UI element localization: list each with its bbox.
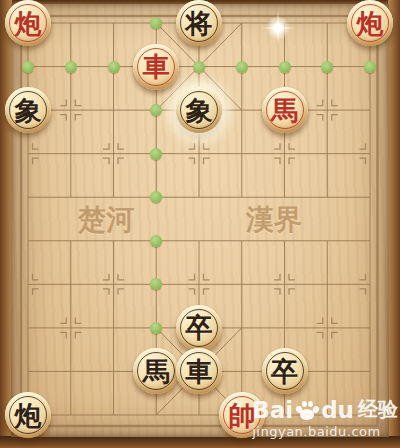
piece-black-soldier[interactable]: 卒 (262, 348, 308, 394)
piece-red-cannon[interactable]: 炮 (347, 0, 393, 46)
piece-character: 卒 (271, 358, 298, 385)
watermark-text-jingyan: 经验 (358, 396, 398, 423)
baidu-jingyan-watermark: Bai du 经验 jingyan.baidu.com (252, 396, 398, 439)
move-hint-dot[interactable] (193, 61, 205, 73)
piece-red-chariot[interactable]: 車 (133, 44, 179, 90)
river-label-han-jie: 漢界 (246, 203, 302, 237)
move-hint-dot[interactable] (321, 61, 333, 73)
move-hint-dot[interactable] (22, 61, 34, 73)
move-hint-dot[interactable] (279, 61, 291, 73)
piece-black-elephant[interactable]: 象 (5, 87, 51, 133)
piece-character: 卒 (186, 314, 213, 341)
move-hint-dot[interactable] (236, 61, 248, 73)
piece-character: 炮 (357, 10, 384, 37)
piece-character: 馬 (271, 97, 298, 124)
watermark-text-bai: Bai (252, 397, 293, 423)
watermark-logo-row: Bai du 经验 (252, 396, 398, 423)
move-hint-dot[interactable] (150, 148, 162, 160)
piece-red-cannon[interactable]: 炮 (5, 0, 51, 46)
piece-red-horse[interactable]: 馬 (262, 87, 308, 133)
piece-character: 炮 (15, 10, 42, 37)
piece-black-elephant[interactable]: 象 (176, 87, 222, 133)
piece-black-general[interactable]: 将 (176, 0, 222, 46)
piece-black-cannon[interactable]: 炮 (5, 392, 51, 438)
piece-black-soldier[interactable]: 卒 (176, 305, 222, 351)
piece-character: 将 (186, 10, 213, 37)
piece-character: 車 (143, 53, 170, 80)
baidu-paw-icon (295, 398, 319, 422)
piece-character: 象 (186, 97, 213, 124)
watermark-url: jingyan.baidu.com (252, 424, 398, 439)
piece-character: 炮 (15, 402, 42, 429)
move-hint-dot[interactable] (65, 61, 77, 73)
river-text-right: 漢界 (246, 203, 302, 237)
piece-character: 馬 (143, 358, 170, 385)
watermark-text-du: du (321, 397, 354, 423)
move-hint-dot[interactable] (150, 235, 162, 247)
xiangqi-app-screen: 楚河 漢界 炮将炮車象象馬卒馬車卒炮帥 Bai du 经验 jingyan.ba… (0, 0, 400, 448)
river-label-chu-he: 楚河 (78, 203, 134, 237)
piece-character: 象 (15, 97, 42, 124)
move-hint-dot[interactable] (364, 61, 376, 73)
move-hint-dot[interactable] (108, 61, 120, 73)
piece-character: 車 (186, 358, 213, 385)
river-text-left: 楚河 (78, 203, 134, 237)
